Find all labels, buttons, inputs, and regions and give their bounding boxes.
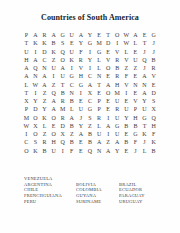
grid-cell[interactable]: R [58, 114, 67, 122]
grid-cell[interactable]: J [140, 48, 149, 56]
word-list: VENEZUELAARGENTINABOLIVIABRAZILCHILECOLO… [24, 176, 180, 205]
grid-cell[interactable]: E [104, 72, 113, 80]
grid-cell[interactable]: Z [67, 130, 76, 138]
grid-cell[interactable]: E [95, 31, 104, 39]
grid-cell[interactable]: U [49, 64, 58, 72]
grid-cell[interactable]: O [113, 31, 122, 39]
grid-cell[interactable]: A [67, 114, 76, 122]
grid-cell[interactable]: D [58, 122, 67, 130]
grid-cell[interactable]: E [140, 31, 149, 39]
grid-cell[interactable]: O [22, 147, 31, 155]
grid-cell[interactable]: F [122, 72, 131, 80]
grid-cell[interactable]: Y [85, 31, 94, 39]
grid-cell[interactable]: C [85, 97, 94, 105]
grid-cell[interactable]: V [149, 72, 158, 80]
grid-cell[interactable]: R [113, 56, 122, 64]
grid-cell[interactable]: I [85, 64, 94, 72]
grid-cell[interactable]: T [140, 39, 149, 47]
grid-cell[interactable]: U [95, 130, 104, 138]
grid-cell[interactable]: U [22, 48, 31, 56]
grid-cell[interactable]: K [49, 48, 58, 56]
grid-cell[interactable]: Z [49, 56, 58, 64]
grid-cell[interactable]: N [40, 64, 49, 72]
grid-cell[interactable]: S [149, 97, 158, 105]
grid-cell[interactable]: A [95, 138, 104, 146]
grid-cell[interactable]: E [76, 138, 85, 146]
grid-cell[interactable]: J [149, 48, 158, 56]
grid-cell[interactable]: L [95, 64, 104, 72]
grid-cell[interactable]: L [22, 81, 31, 89]
grid-cell[interactable]: E [122, 147, 131, 155]
grid-cell[interactable]: O [58, 56, 67, 64]
grid-cell[interactable]: I [85, 48, 94, 56]
word-list-item: PERU [24, 199, 76, 205]
grid-cell[interactable]: S [58, 39, 67, 47]
grid-cell[interactable]: A [22, 64, 31, 72]
grid-cell[interactable]: V [113, 48, 122, 56]
grid-cell[interactable]: C [22, 138, 31, 146]
grid-cell[interactable]: L [95, 56, 104, 64]
grid-cell[interactable]: Y [76, 122, 85, 130]
grid-cell[interactable]: I [58, 147, 67, 155]
grid-cell[interactable]: K [31, 39, 40, 47]
grid-cell[interactable]: E [76, 147, 85, 155]
grid-cell[interactable]: D [40, 48, 49, 56]
grid-cell[interactable]: R [76, 56, 85, 64]
grid-cell[interactable]: E [49, 122, 58, 130]
grid-cell[interactable]: W [122, 39, 131, 47]
grid-cell[interactable]: X [85, 89, 94, 97]
grid-cell[interactable]: B [122, 122, 131, 130]
grid-cell[interactable]: Z [40, 97, 49, 105]
grid-cell[interactable]: U [67, 48, 76, 56]
grid-cell[interactable]: E [122, 130, 131, 138]
grid-cell[interactable]: L [67, 105, 76, 113]
grid-cell[interactable]: N [67, 89, 76, 97]
grid-cell[interactable]: A [104, 122, 113, 130]
grid-cell[interactable]: J [140, 64, 149, 72]
grid-cell[interactable]: O [104, 89, 113, 97]
grid-cell[interactable]: Q [149, 114, 158, 122]
grid-cell[interactable]: I [22, 130, 31, 138]
grid-cell[interactable]: I [122, 89, 131, 97]
grid-cell[interactable]: O [49, 130, 58, 138]
grid-cell[interactable]: V [104, 56, 113, 64]
grid-cell[interactable]: B [67, 97, 76, 105]
grid-cell[interactable]: T [22, 89, 31, 97]
grid-cell[interactable]: K [40, 114, 49, 122]
grid-cell[interactable]: G [95, 48, 104, 56]
grid-cell[interactable]: H [76, 72, 85, 80]
grid-cell[interactable]: D [104, 39, 113, 47]
grid-cell[interactable]: Z [122, 64, 131, 72]
grid-cell[interactable]: H [131, 114, 140, 122]
grid-cell[interactable]: L [122, 48, 131, 56]
grid-cell[interactable]: Y [122, 114, 131, 122]
grid-cell[interactable]: E [67, 39, 76, 47]
grid-cell[interactable]: N [131, 81, 140, 89]
grid-cell[interactable]: B [49, 39, 58, 47]
grid-cell[interactable]: B [149, 56, 158, 64]
grid-cell[interactable]: B [149, 147, 158, 155]
grid-cell[interactable]: X [58, 130, 67, 138]
grid-cell[interactable]: B [67, 138, 76, 146]
grid-cell[interactable]: C [85, 72, 94, 80]
grid-cell[interactable]: A [49, 97, 58, 105]
grid-cell[interactable]: U [131, 56, 140, 64]
grid-cell[interactable]: Z [40, 130, 49, 138]
grid-cell[interactable]: Z [49, 81, 58, 89]
grid-cell[interactable]: Q [140, 56, 149, 64]
grid-cell[interactable]: E [149, 81, 158, 89]
grid-cell[interactable]: M [113, 89, 122, 97]
worksheet-page: Countries of South America PARAGUAYETOWA… [0, 0, 180, 233]
grid-cell[interactable]: G [67, 72, 76, 80]
grid-cell[interactable]: G [85, 105, 94, 113]
grid-cell[interactable]: I [104, 130, 113, 138]
word-list-item: SURINAME [76, 199, 119, 205]
grid-cell[interactable]: Y [140, 97, 149, 105]
grid-cell[interactable]: R [113, 105, 122, 113]
grid-cell[interactable]: D [149, 89, 158, 97]
grid-cell[interactable]: E [122, 97, 131, 105]
grid-cell[interactable]: Y [85, 56, 94, 64]
grid-cell[interactable]: Y [40, 105, 49, 113]
grid-cell[interactable]: U [113, 130, 122, 138]
grid-cell[interactable]: I [31, 48, 40, 56]
grid-cell[interactable]: O [31, 130, 40, 138]
grid-cell[interactable]: P [131, 105, 140, 113]
grid-cell[interactable]: P [22, 31, 31, 39]
grid-cell[interactable]: G [140, 114, 149, 122]
grid-cell[interactable]: J [140, 138, 149, 146]
grid-cell[interactable]: G [149, 31, 158, 39]
grid-cell[interactable]: V [76, 64, 85, 72]
grid-cell[interactable]: S [85, 114, 94, 122]
grid-cell[interactable]: X [149, 105, 158, 113]
grid-cell[interactable]: Y [31, 97, 40, 105]
grid-cell[interactable]: M [95, 39, 104, 47]
grid-cell[interactable]: B [122, 138, 131, 146]
grid-cell[interactable]: N [95, 147, 104, 155]
grid-cell[interactable]: Q [85, 147, 94, 155]
grid-cell[interactable]: N [95, 72, 104, 80]
grid-cell[interactable]: H [49, 138, 58, 146]
grid-cell[interactable]: K [40, 39, 49, 47]
grid-cell[interactable]: R [40, 138, 49, 146]
grid-cell[interactable]: H [113, 81, 122, 89]
grid-cell[interactable]: N [31, 72, 40, 80]
grid-cell[interactable]: U [58, 72, 67, 80]
grid-cell[interactable]: F [67, 147, 76, 155]
word-list-item: URUGUAY [119, 199, 174, 205]
grid-cell[interactable]: I [104, 114, 113, 122]
grid-cell[interactable]: U [113, 97, 122, 105]
grid-cell[interactable]: Q [49, 89, 58, 97]
grid-cell[interactable]: U [113, 114, 122, 122]
grid-cell[interactable]: U [76, 105, 85, 113]
grid-cell[interactable]: Q [58, 48, 67, 56]
grid-cell[interactable]: K [149, 138, 158, 146]
grid-cell[interactable]: L [140, 147, 149, 155]
grid-cell[interactable]: R [95, 114, 104, 122]
grid-cell[interactable]: E [104, 48, 113, 56]
grid-cell[interactable]: Q [31, 64, 40, 72]
grid-cell[interactable]: H [149, 122, 158, 130]
grid-cell[interactable]: I [31, 89, 40, 97]
grid-cell[interactable]: G [85, 39, 94, 47]
grid-cell[interactable]: K [31, 147, 40, 155]
grid-cell[interactable]: E [104, 105, 113, 113]
grid-cell[interactable]: Y [113, 147, 122, 155]
grid-cell[interactable]: O [104, 64, 113, 72]
grid-cell[interactable]: V [122, 56, 131, 64]
grid-cell[interactable]: Q [58, 138, 67, 146]
grid-cell[interactable]: E [131, 48, 140, 56]
grid-cell[interactable]: E [131, 72, 140, 80]
grid-cell[interactable]: W [22, 122, 31, 130]
grid-cell[interactable]: C [67, 81, 76, 89]
grid-cell[interactable]: T [22, 39, 31, 47]
grid-cell[interactable]: E [104, 97, 113, 105]
grid-cell[interactable]: B [40, 147, 49, 155]
grid-cell[interactable]: A [22, 72, 31, 80]
grid-cell[interactable]: Y [76, 39, 85, 47]
grid-cell[interactable]: Z [131, 64, 140, 72]
grid-cell[interactable]: B [131, 122, 140, 130]
grid-cell[interactable]: Z [85, 122, 94, 130]
grid-cell[interactable]: B [85, 130, 94, 138]
grid-cell[interactable]: J [76, 114, 85, 122]
grid-cell[interactable]: A [140, 89, 149, 97]
grid-cell[interactable]: P [22, 105, 31, 113]
grid-cell[interactable]: R [149, 64, 158, 72]
grid-cell[interactable]: I [67, 64, 76, 72]
grid-cell[interactable]: T [58, 81, 67, 89]
grid-cell[interactable]: B [58, 89, 67, 97]
grid-cell[interactable]: Z [40, 89, 49, 97]
grid-cell[interactable]: A [76, 31, 85, 39]
grid-cell[interactable]: B [113, 64, 122, 72]
grid-cell[interactable]: A [104, 81, 113, 89]
grid-cell[interactable]: Z [104, 138, 113, 146]
grid-cell[interactable]: R [113, 72, 122, 80]
grid-cell[interactable]: D [31, 105, 40, 113]
grid-cell[interactable]: P [95, 97, 104, 105]
grid-cell[interactable]: A [31, 31, 40, 39]
grid-cell[interactable]: U [140, 105, 149, 113]
grid-cell[interactable]: V [122, 81, 131, 89]
word-search-grid: PARAGUAYETOWAEGTKKBSEYGMDIWLTJUIDKQUFIGE… [22, 31, 159, 155]
grid-cell[interactable]: F [131, 138, 140, 146]
grid-cell[interactable]: E [131, 89, 140, 97]
grid-cell[interactable]: P [95, 105, 104, 113]
grid-cell[interactable]: A [113, 138, 122, 146]
grid-cell[interactable]: E [76, 97, 85, 105]
grid-cell[interactable]: V [131, 97, 140, 105]
grid-cell[interactable]: O [31, 114, 40, 122]
grid-cell[interactable]: F [149, 130, 158, 138]
grid-cell[interactable]: I [76, 89, 85, 97]
grid-cell[interactable]: U [122, 105, 131, 113]
grid-cell[interactable]: L [131, 39, 140, 47]
grid-cell[interactable]: A [40, 72, 49, 80]
grid-cell[interactable]: A [104, 147, 113, 155]
grid-cell[interactable]: T [140, 122, 149, 130]
grid-cell[interactable]: A [58, 64, 67, 72]
grid-cell[interactable]: E [95, 89, 104, 97]
grid-cell[interactable]: I [113, 39, 122, 47]
grid-cell[interactable]: G [113, 122, 122, 130]
grid-cell[interactable]: B [67, 122, 76, 130]
grid-cell[interactable]: U [49, 147, 58, 155]
grid-cell[interactable]: M [22, 114, 31, 122]
grid-cell[interactable]: A [140, 72, 149, 80]
puzzle-title: Countries of South America [0, 0, 180, 22]
grid-cell[interactable]: J [131, 147, 140, 155]
grid-cell[interactable]: X [31, 122, 40, 130]
grid-cell[interactable]: R [40, 31, 49, 39]
grid-cell[interactable]: W [31, 81, 40, 89]
grid-cell[interactable]: M [58, 105, 67, 113]
grid-cell[interactable]: T [104, 31, 113, 39]
grid-cell[interactable]: A [76, 130, 85, 138]
grid-cell[interactable]: X [22, 97, 31, 105]
grid-cell[interactable]: T [95, 81, 104, 89]
grid-cell[interactable]: K [67, 56, 76, 64]
grid-cell[interactable]: A [40, 81, 49, 89]
grid-cell[interactable]: G [58, 31, 67, 39]
grid-cell[interactable]: F [76, 48, 85, 56]
grid-cell[interactable]: W [122, 31, 131, 39]
grid-cell[interactable]: U [67, 31, 76, 39]
grid-cell[interactable]: L [95, 122, 104, 130]
grid-cell[interactable]: A [131, 31, 140, 39]
grid-cell[interactable]: A [49, 105, 58, 113]
grid-cell[interactable]: B [85, 138, 94, 146]
grid-cell[interactable]: L [40, 122, 49, 130]
grid-cell[interactable]: O [49, 114, 58, 122]
grid-cell[interactable]: G [131, 130, 140, 138]
grid-cell[interactable]: J [149, 39, 158, 47]
grid-cell[interactable]: A [49, 31, 58, 39]
grid-cell[interactable]: K [140, 130, 149, 138]
grid-cell[interactable]: I [49, 72, 58, 80]
grid-cell[interactable]: G [76, 81, 85, 89]
grid-cell[interactable]: N [140, 81, 149, 89]
grid-cell[interactable]: R [58, 97, 67, 105]
grid-cell[interactable]: S [31, 138, 40, 146]
grid-cell[interactable]: H [22, 56, 31, 64]
grid-cell[interactable]: A [85, 81, 94, 89]
grid-cell[interactable]: A [31, 56, 40, 64]
grid-cell[interactable]: C [40, 56, 49, 64]
